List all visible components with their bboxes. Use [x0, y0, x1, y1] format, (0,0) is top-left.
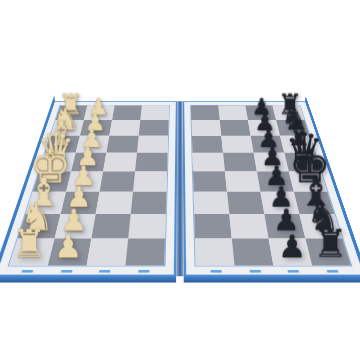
square [131, 192, 167, 214]
border-tick [211, 270, 222, 273]
square [194, 214, 232, 238]
border-tick [288, 270, 300, 273]
border-tick [326, 270, 338, 273]
square [139, 120, 169, 136]
square [103, 153, 137, 172]
square [194, 192, 230, 214]
square [192, 153, 225, 172]
border-tick [138, 270, 149, 273]
border-tick [249, 270, 260, 273]
black-rook: ♜ [313, 225, 348, 262]
square [133, 171, 167, 191]
square: ♜ [305, 238, 351, 265]
square [135, 153, 168, 172]
square [91, 214, 130, 238]
square [128, 214, 166, 238]
square [193, 171, 227, 191]
square [192, 136, 223, 153]
square [112, 105, 142, 120]
square [218, 105, 248, 120]
coordinate-ticks-left [8, 269, 163, 273]
square [221, 136, 253, 153]
chess-board: ♜♟♞♟♝♟♛♟♚♟♝♟♞♟♜♟ ♟♜♟♞♟♝♟♛♟♚♟♝♟♞♟♜ [0, 101, 360, 276]
product-photo-chess-set: ♜♟♞♟♝♟♛♟♚♟♝♟♞♟♜♟ ♟♜♟♞♟♝♟♛♟♚♟♝♟♞♟♜ [0, 0, 360, 360]
border-tick [61, 270, 73, 273]
square [220, 120, 251, 136]
square [191, 105, 220, 120]
board-right-squares: ♟♜♟♞♟♝♟♛♟♚♟♝♟♞♟♜ [190, 105, 352, 266]
border-tick [99, 270, 110, 273]
square [137, 136, 168, 153]
square [195, 238, 235, 265]
square: ♟ [269, 238, 313, 265]
square [96, 192, 133, 214]
square [223, 153, 257, 172]
square [87, 238, 129, 265]
square [106, 136, 138, 153]
square [227, 192, 264, 214]
square [225, 171, 261, 191]
square [100, 171, 136, 191]
board-left-half: ♜♟♞♟♝♟♛♟♚♟♝♟♞♟♜♟ [0, 101, 177, 276]
square [191, 120, 221, 136]
square [232, 238, 274, 265]
black-pawn: ♟ [278, 232, 306, 262]
board-left-squares: ♜♟♞♟♝♟♛♟♚♟♝♟♞♟♜♟ [8, 105, 170, 266]
white-pawn: ♟ [54, 232, 82, 262]
border-tick [22, 270, 34, 273]
white-rook: ♜ [12, 225, 47, 262]
square: ♟ [48, 238, 92, 265]
coordinate-ticks-right [197, 269, 352, 273]
square [229, 214, 268, 238]
square [109, 120, 140, 136]
square [140, 105, 169, 120]
board-right-half: ♟♜♟♞♟♝♟♛♟♚♟♝♟♞♟♜ [183, 101, 360, 276]
square [125, 238, 165, 265]
